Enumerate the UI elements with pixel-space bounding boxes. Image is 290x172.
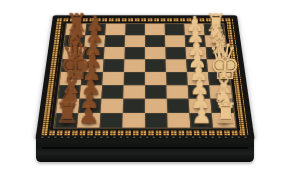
square[interactable] bbox=[100, 113, 123, 128]
square[interactable] bbox=[145, 24, 165, 35]
black-pawn[interactable]: ♟ bbox=[77, 103, 100, 127]
piece-glyph: ♟ bbox=[191, 103, 212, 127]
square[interactable]: ♟ bbox=[77, 113, 101, 128]
piece-glyph: ♟ bbox=[78, 103, 99, 127]
square[interactable]: ♜ bbox=[212, 113, 236, 128]
square[interactable] bbox=[145, 35, 165, 47]
square[interactable] bbox=[125, 35, 145, 47]
board-squares: ♜♟♟♜♞♟♟♞♝♟♟♝♛♟♟♛♚♟♟♚♝♟♟♝♞♟♟♞♜♟♟♜ bbox=[54, 24, 235, 128]
square[interactable] bbox=[124, 59, 145, 72]
square[interactable] bbox=[103, 59, 124, 72]
square[interactable] bbox=[122, 113, 145, 128]
square[interactable] bbox=[165, 24, 185, 35]
chess-set-photo: ♜♟♟♜♞♟♟♞♝♟♟♝♛♟♟♛♚♟♟♚♝♟♟♝♞♟♟♞♜♟♟♜ bbox=[0, 0, 290, 172]
square[interactable] bbox=[145, 99, 167, 113]
piece-glyph: ♜ bbox=[213, 99, 238, 127]
square[interactable] bbox=[104, 35, 125, 47]
white-pawn[interactable]: ♟ bbox=[190, 103, 213, 127]
square[interactable] bbox=[125, 24, 145, 35]
black-rook[interactable]: ♜ bbox=[54, 99, 77, 127]
square[interactable] bbox=[167, 113, 190, 128]
square[interactable] bbox=[167, 99, 190, 113]
square[interactable] bbox=[165, 35, 186, 47]
piece-glyph: ♜ bbox=[54, 99, 79, 127]
white-rook[interactable]: ♜ bbox=[213, 99, 236, 127]
square[interactable] bbox=[166, 59, 187, 72]
square[interactable] bbox=[166, 72, 188, 85]
square[interactable] bbox=[102, 72, 124, 85]
square[interactable] bbox=[101, 99, 124, 113]
square[interactable]: ♟ bbox=[189, 113, 213, 128]
square[interactable] bbox=[145, 113, 168, 128]
square[interactable]: ♜ bbox=[54, 113, 78, 128]
square[interactable] bbox=[145, 72, 166, 85]
square[interactable] bbox=[105, 24, 125, 35]
square[interactable] bbox=[124, 72, 145, 85]
square[interactable] bbox=[123, 99, 145, 113]
chess-board: ♜♟♟♜♞♟♟♞♝♟♟♝♛♟♟♛♚♟♟♚♝♟♟♝♞♟♟♞♜♟♟♜ bbox=[35, 15, 254, 139]
square[interactable] bbox=[145, 59, 166, 72]
